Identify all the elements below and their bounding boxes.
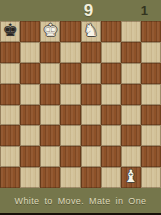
square-a8[interactable]: ♚ — [0, 21, 20, 42]
square-c4[interactable] — [40, 105, 60, 126]
header-bar: 9 1 — [0, 0, 161, 21]
score-number: 1 — [141, 0, 148, 21]
piece-black-king[interactable]: ♚ — [2, 22, 17, 39]
square-f1[interactable] — [101, 167, 121, 188]
square-e3[interactable] — [81, 125, 101, 146]
square-g7[interactable] — [121, 42, 141, 63]
square-c3[interactable] — [40, 125, 60, 146]
square-d4[interactable] — [60, 105, 80, 126]
square-c8[interactable]: ♚ — [40, 21, 60, 42]
square-d3[interactable] — [60, 125, 80, 146]
square-h6[interactable] — [141, 63, 161, 84]
square-d7[interactable] — [60, 42, 80, 63]
square-h1[interactable] — [141, 167, 161, 188]
chess-board[interactable]: ♚♚♞♝ — [0, 21, 161, 188]
square-f2[interactable] — [101, 146, 121, 167]
square-b3[interactable] — [20, 125, 40, 146]
square-d2[interactable] — [60, 146, 80, 167]
square-d8[interactable] — [60, 21, 80, 42]
square-g2[interactable] — [121, 146, 141, 167]
square-a7[interactable] — [0, 42, 20, 63]
square-b2[interactable] — [20, 146, 40, 167]
square-d5[interactable] — [60, 84, 80, 105]
square-g3[interactable] — [121, 125, 141, 146]
square-a5[interactable] — [0, 84, 20, 105]
puzzle-number: 9 — [84, 0, 93, 21]
square-g8[interactable] — [121, 21, 141, 42]
square-c2[interactable] — [40, 146, 60, 167]
square-e5[interactable] — [81, 84, 101, 105]
status-text: White to Move. Mate in One — [15, 196, 147, 206]
square-b1[interactable] — [20, 167, 40, 188]
square-e6[interactable] — [81, 63, 101, 84]
square-a6[interactable] — [0, 63, 20, 84]
square-f6[interactable] — [101, 63, 121, 84]
piece-white-king[interactable]: ♚ — [43, 22, 58, 39]
square-h4[interactable] — [141, 105, 161, 126]
square-g1[interactable]: ♝ — [121, 167, 141, 188]
square-h5[interactable] — [141, 84, 161, 105]
square-f7[interactable] — [101, 42, 121, 63]
piece-white-knight[interactable]: ♞ — [83, 22, 98, 39]
square-a2[interactable] — [0, 146, 20, 167]
square-b4[interactable] — [20, 105, 40, 126]
square-f4[interactable] — [101, 105, 121, 126]
square-f8[interactable] — [101, 21, 121, 42]
square-d1[interactable] — [60, 167, 80, 188]
square-a4[interactable] — [0, 105, 20, 126]
square-h3[interactable] — [141, 125, 161, 146]
piece-white-bishop[interactable]: ♝ — [123, 168, 138, 185]
square-g6[interactable] — [121, 63, 141, 84]
square-c6[interactable] — [40, 63, 60, 84]
square-e1[interactable] — [81, 167, 101, 188]
square-a1[interactable] — [0, 167, 20, 188]
square-e2[interactable] — [81, 146, 101, 167]
square-c1[interactable] — [40, 167, 60, 188]
square-h7[interactable] — [141, 42, 161, 63]
square-d6[interactable] — [60, 63, 80, 84]
square-c5[interactable] — [40, 84, 60, 105]
square-b7[interactable] — [20, 42, 40, 63]
square-c7[interactable] — [40, 42, 60, 63]
status-bar: White to Move. Mate in One — [0, 188, 161, 215]
square-h2[interactable] — [141, 146, 161, 167]
square-b5[interactable] — [20, 84, 40, 105]
square-e4[interactable] — [81, 105, 101, 126]
square-f5[interactable] — [101, 84, 121, 105]
square-b8[interactable] — [20, 21, 40, 42]
square-g5[interactable] — [121, 84, 141, 105]
square-a3[interactable] — [0, 125, 20, 146]
square-g4[interactable] — [121, 105, 141, 126]
square-h8[interactable] — [141, 21, 161, 42]
square-f3[interactable] — [101, 125, 121, 146]
square-e7[interactable] — [81, 42, 101, 63]
square-e8[interactable]: ♞ — [81, 21, 101, 42]
square-b6[interactable] — [20, 63, 40, 84]
